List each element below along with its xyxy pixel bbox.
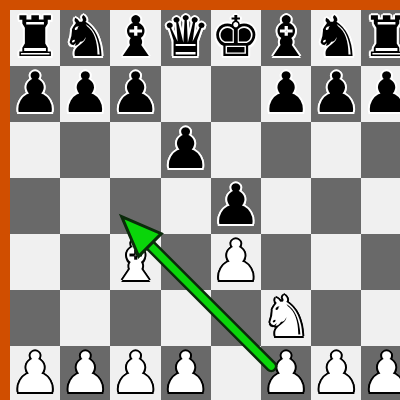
square-f6[interactable] (261, 122, 311, 178)
square-a5[interactable] (10, 178, 60, 234)
white-pawn[interactable]: ♟ (60, 345, 110, 400)
white-knight[interactable]: ♞ (261, 289, 311, 345)
white-pawn[interactable]: ♟ (361, 345, 400, 400)
square-h8[interactable]: ♜ (361, 10, 400, 66)
board-frame: ♜♞♝♛♚♝♞♜♟♟♟♟♟♟♟♟♝♟♞♟♟♟♟♟♟♟♜♞♝♛♚♜ (0, 0, 400, 400)
white-pawn[interactable]: ♟ (211, 233, 261, 289)
square-a7[interactable]: ♟ (10, 66, 60, 122)
square-d6[interactable]: ♟ (161, 122, 211, 178)
square-e3[interactable] (211, 290, 261, 346)
square-g5[interactable] (311, 178, 361, 234)
square-f2[interactable]: ♟ (261, 346, 311, 400)
white-pawn[interactable]: ♟ (311, 345, 361, 400)
square-d3[interactable] (161, 290, 211, 346)
black-rook[interactable]: ♜ (10, 9, 60, 65)
square-a3[interactable] (10, 290, 60, 346)
square-b4[interactable] (60, 234, 110, 290)
square-e8[interactable]: ♚ (211, 10, 261, 66)
square-c5[interactable] (110, 178, 160, 234)
square-h7[interactable]: ♟ (361, 66, 400, 122)
square-c6[interactable] (110, 122, 160, 178)
black-pawn[interactable]: ♟ (261, 65, 311, 121)
black-pawn[interactable]: ♟ (161, 121, 211, 177)
square-g7[interactable]: ♟ (311, 66, 361, 122)
square-g6[interactable] (311, 122, 361, 178)
black-pawn[interactable]: ♟ (311, 65, 361, 121)
square-c4[interactable]: ♝ (110, 234, 160, 290)
square-e7[interactable] (211, 66, 261, 122)
square-c3[interactable] (110, 290, 160, 346)
square-h6[interactable] (361, 122, 400, 178)
square-h2[interactable]: ♟ (361, 346, 400, 400)
square-b7[interactable]: ♟ (60, 66, 110, 122)
square-f8[interactable]: ♝ (261, 10, 311, 66)
square-e6[interactable] (211, 122, 261, 178)
square-b2[interactable]: ♟ (60, 346, 110, 400)
square-g3[interactable] (311, 290, 361, 346)
square-b8[interactable]: ♞ (60, 10, 110, 66)
square-d2[interactable]: ♟ (161, 346, 211, 400)
square-c7[interactable]: ♟ (110, 66, 160, 122)
square-h5[interactable] (361, 178, 400, 234)
square-b3[interactable] (60, 290, 110, 346)
black-pawn[interactable]: ♟ (110, 65, 160, 121)
square-a2[interactable]: ♟ (10, 346, 60, 400)
black-bishop[interactable]: ♝ (110, 9, 160, 65)
square-f4[interactable] (261, 234, 311, 290)
black-pawn[interactable]: ♟ (211, 177, 261, 233)
square-a4[interactable] (10, 234, 60, 290)
square-a6[interactable] (10, 122, 60, 178)
black-pawn[interactable]: ♟ (10, 65, 60, 121)
square-b6[interactable] (60, 122, 110, 178)
square-f5[interactable] (261, 178, 311, 234)
square-e4[interactable]: ♟ (211, 234, 261, 290)
black-pawn[interactable]: ♟ (60, 65, 110, 121)
square-c8[interactable]: ♝ (110, 10, 160, 66)
square-b5[interactable] (60, 178, 110, 234)
square-f7[interactable]: ♟ (261, 66, 311, 122)
square-e5[interactable]: ♟ (211, 178, 261, 234)
black-bishop[interactable]: ♝ (261, 9, 311, 65)
black-knight[interactable]: ♞ (311, 9, 361, 65)
black-pawn[interactable]: ♟ (361, 65, 400, 121)
square-g2[interactable]: ♟ (311, 346, 361, 400)
square-g8[interactable]: ♞ (311, 10, 361, 66)
square-d8[interactable]: ♛ (161, 10, 211, 66)
black-queen[interactable]: ♛ (161, 9, 211, 65)
square-h4[interactable] (361, 234, 400, 290)
square-d5[interactable] (161, 178, 211, 234)
square-d4[interactable] (161, 234, 211, 290)
white-bishop[interactable]: ♝ (110, 233, 160, 289)
square-f3[interactable]: ♞ (261, 290, 311, 346)
white-pawn[interactable]: ♟ (261, 345, 311, 400)
white-pawn[interactable]: ♟ (110, 345, 160, 400)
square-g4[interactable] (311, 234, 361, 290)
square-a8[interactable]: ♜ (10, 10, 60, 66)
square-c2[interactable]: ♟ (110, 346, 160, 400)
black-king[interactable]: ♚ (211, 9, 261, 65)
square-h3[interactable] (361, 290, 400, 346)
chess-board: ♜♞♝♛♚♝♞♜♟♟♟♟♟♟♟♟♝♟♞♟♟♟♟♟♟♟♜♞♝♛♚♜ (10, 10, 390, 390)
black-knight[interactable]: ♞ (60, 9, 110, 65)
square-d7[interactable] (161, 66, 211, 122)
white-pawn[interactable]: ♟ (161, 345, 211, 400)
white-pawn[interactable]: ♟ (10, 345, 60, 400)
black-rook[interactable]: ♜ (361, 9, 400, 65)
square-e2[interactable] (211, 346, 261, 400)
